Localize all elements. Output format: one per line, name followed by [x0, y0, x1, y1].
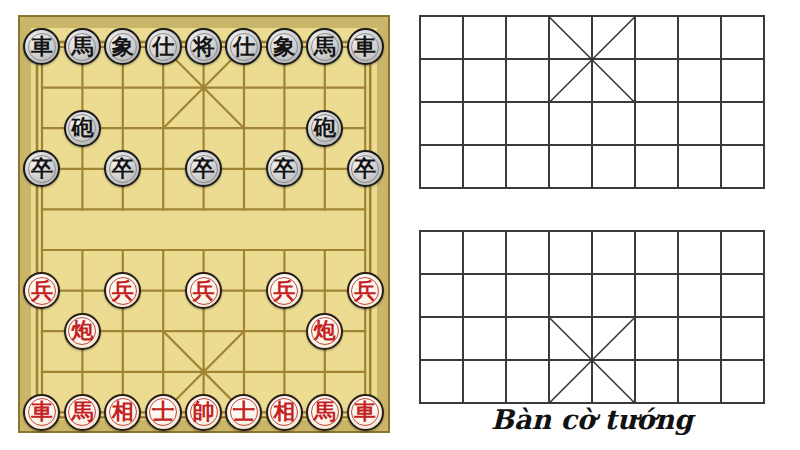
piece-glyph: 将: [193, 36, 215, 58]
piece-glyph: 車: [31, 401, 53, 423]
piece-black-chariot: 車: [23, 28, 60, 65]
pieces-grid: 車馬象仕将仕象馬車砲砲卒卒卒卒卒兵兵兵兵兵炮炮車馬相士帥士相馬車: [22, 27, 386, 433]
board-point: 車: [22, 392, 62, 433]
piece-red-cannon: 炮: [64, 313, 101, 350]
piece-black-advisor: 仕: [225, 28, 262, 65]
piece-glyph: 仕: [233, 36, 255, 58]
board-point: 象: [264, 27, 304, 68]
piece-glyph: 炮: [314, 320, 336, 342]
piece-glyph: 馬: [71, 36, 93, 58]
palace-diagonals-bottom: [421, 232, 763, 403]
half-board-diagram-top: [419, 15, 765, 189]
piece-glyph: 象: [112, 36, 134, 58]
piece-red-soldier: 兵: [347, 272, 384, 309]
board-point: 車: [345, 392, 385, 433]
piece-red-soldier: 兵: [23, 272, 60, 309]
piece-red-soldier: 兵: [266, 272, 303, 309]
board-point: 兵: [264, 270, 304, 311]
piece-black-soldier: 卒: [104, 150, 141, 187]
board-point: 士: [224, 392, 264, 433]
piece-black-chariot: 車: [347, 28, 384, 65]
piece-glyph: 兵: [354, 280, 376, 302]
piece-black-general: 将: [185, 28, 222, 65]
piece-glyph: 相: [273, 401, 295, 423]
piece-black-soldier: 卒: [347, 150, 384, 187]
piece-glyph: 炮: [71, 320, 93, 342]
piece-glyph: 卒: [112, 158, 134, 180]
board-point: 相: [103, 392, 143, 433]
piece-glyph: 象: [273, 36, 295, 58]
piece-red-advisor: 士: [145, 394, 182, 431]
piece-red-chariot: 車: [23, 394, 60, 431]
board-point: 炮: [305, 311, 345, 352]
piece-red-horse: 馬: [64, 394, 101, 431]
board-point: 帥: [183, 392, 223, 433]
piece-red-elephant: 相: [104, 394, 141, 431]
board-point: 兵: [103, 270, 143, 311]
board-point: 兵: [22, 270, 62, 311]
piece-black-soldier: 卒: [23, 150, 60, 187]
board-point: 卒: [22, 148, 62, 189]
board-point: 炮: [62, 311, 102, 352]
piece-red-cannon: 炮: [306, 313, 343, 350]
piece-black-advisor: 仕: [145, 28, 182, 65]
piece-glyph: 馬: [71, 401, 93, 423]
board-point: 兵: [345, 270, 385, 311]
board-point: 馬: [305, 392, 345, 433]
piece-glyph: 士: [233, 401, 255, 423]
piece-glyph: 砲: [314, 117, 336, 139]
board-point: 車: [22, 27, 62, 68]
piece-black-elephant: 象: [104, 28, 141, 65]
piece-glyph: 砲: [71, 117, 93, 139]
piece-black-elephant: 象: [266, 28, 303, 65]
piece-glyph: 相: [112, 401, 134, 423]
piece-red-advisor: 士: [225, 394, 262, 431]
piece-red-chariot: 車: [347, 394, 384, 431]
piece-black-soldier: 卒: [185, 150, 222, 187]
board-point: 兵: [183, 270, 223, 311]
piece-glyph: 帥: [193, 401, 215, 423]
piece-glyph: 車: [354, 401, 376, 423]
piece-glyph: 卒: [354, 158, 376, 180]
board-point: 仕: [224, 27, 264, 68]
board-point: 卒: [264, 148, 304, 189]
half-board-diagram-bottom: [419, 230, 765, 404]
piece-glyph: 兵: [112, 280, 134, 302]
board-point: 相: [264, 392, 304, 433]
board-point: 象: [103, 27, 143, 68]
piece-glyph: 馬: [314, 36, 336, 58]
piece-black-soldier: 卒: [266, 150, 303, 187]
piece-glyph: 士: [152, 401, 174, 423]
piece-red-horse: 馬: [306, 394, 343, 431]
board-point: 士: [143, 392, 183, 433]
board-point: 馬: [62, 27, 102, 68]
piece-glyph: 兵: [193, 280, 215, 302]
board-point: 卒: [103, 148, 143, 189]
board-point: 砲: [62, 108, 102, 149]
xiangqi-board: 車馬象仕将仕象馬車砲砲卒卒卒卒卒兵兵兵兵兵炮炮車馬相士帥士相馬車: [18, 15, 390, 433]
piece-glyph: 卒: [273, 158, 295, 180]
piece-glyph: 車: [31, 36, 53, 58]
piece-glyph: 卒: [193, 158, 215, 180]
palace-diagonals-top: [421, 17, 763, 188]
piece-glyph: 仕: [152, 36, 174, 58]
screenshot-stage: 車馬象仕将仕象馬車砲砲卒卒卒卒卒兵兵兵兵兵炮炮車馬相士帥士相馬車 Bàn cờ …: [0, 0, 800, 450]
piece-red-soldier: 兵: [104, 272, 141, 309]
board-point: 将: [183, 27, 223, 68]
piece-red-general: 帥: [185, 394, 222, 431]
piece-glyph: 馬: [314, 401, 336, 423]
board-point: 馬: [305, 27, 345, 68]
piece-black-horse: 馬: [306, 28, 343, 65]
piece-black-cannon: 砲: [306, 110, 343, 147]
board-point: 馬: [62, 392, 102, 433]
piece-glyph: 卒: [31, 158, 53, 180]
board-point: 卒: [345, 148, 385, 189]
board-point: 仕: [143, 27, 183, 68]
piece-glyph: 兵: [273, 280, 295, 302]
piece-red-soldier: 兵: [185, 272, 222, 309]
piece-glyph: 兵: [31, 280, 53, 302]
piece-red-elephant: 相: [266, 394, 303, 431]
piece-glyph: 車: [354, 36, 376, 58]
piece-black-horse: 馬: [64, 28, 101, 65]
board-point: 卒: [183, 148, 223, 189]
piece-black-cannon: 砲: [64, 110, 101, 147]
diagram-caption: Bàn cờ tướng: [419, 404, 765, 435]
board-point: 砲: [305, 108, 345, 149]
board-point: 車: [345, 27, 385, 68]
